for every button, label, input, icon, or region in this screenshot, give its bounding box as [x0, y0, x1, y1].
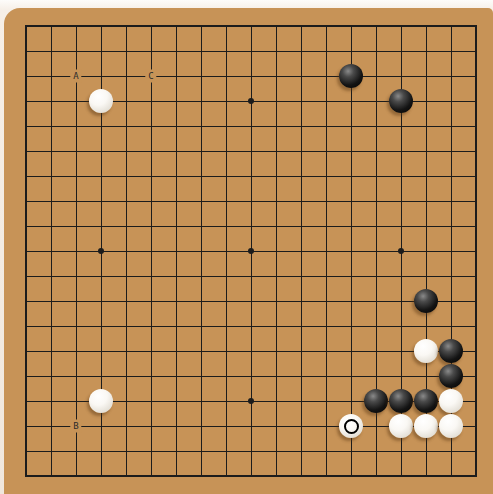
intersection-M2[interactable]: [289, 439, 314, 464]
intersection-G10[interactable]: [164, 239, 189, 264]
intersection-Q19[interactable]: [389, 14, 414, 39]
intersection-A18[interactable]: [14, 39, 39, 64]
intersection-S10[interactable]: [439, 239, 464, 264]
intersection-O12[interactable]: [339, 189, 364, 214]
intersection-G8[interactable]: [164, 289, 189, 314]
intersection-H12[interactable]: [189, 189, 214, 214]
intersection-E13[interactable]: [114, 164, 139, 189]
intersection-M9[interactable]: [289, 264, 314, 289]
intersection-T3[interactable]: [464, 414, 489, 439]
intersection-A11[interactable]: [14, 214, 39, 239]
intersection-S12[interactable]: [439, 189, 464, 214]
intersection-D10[interactable]: [89, 239, 114, 264]
intersection-P11[interactable]: [364, 214, 389, 239]
intersection-A4[interactable]: [14, 389, 39, 414]
intersection-C6[interactable]: [64, 339, 89, 364]
label-C[interactable]: C: [145, 70, 156, 83]
intersection-M4[interactable]: [289, 389, 314, 414]
intersection-K4[interactable]: [239, 389, 264, 414]
intersection-P5[interactable]: [364, 364, 389, 389]
intersection-Q15[interactable]: [389, 114, 414, 139]
intersection-Q7[interactable]: [389, 314, 414, 339]
intersection-Q6[interactable]: [389, 339, 414, 364]
intersection-A10[interactable]: [14, 239, 39, 264]
intersection-F6[interactable]: [139, 339, 164, 364]
intersection-G17[interactable]: [164, 64, 189, 89]
intersection-H2[interactable]: [189, 439, 214, 464]
intersection-F13[interactable]: [139, 164, 164, 189]
intersection-N8[interactable]: [314, 289, 339, 314]
intersection-R10[interactable]: [414, 239, 439, 264]
intersection-G12[interactable]: [164, 189, 189, 214]
intersection-Q11[interactable]: [389, 214, 414, 239]
intersection-L8[interactable]: [264, 289, 289, 314]
intersection-K3[interactable]: [239, 414, 264, 439]
intersection-P9[interactable]: [364, 264, 389, 289]
intersection-F15[interactable]: [139, 114, 164, 139]
intersection-L9[interactable]: [264, 264, 289, 289]
intersection-C13[interactable]: [64, 164, 89, 189]
intersection-S19[interactable]: [439, 14, 464, 39]
intersection-C15[interactable]: [64, 114, 89, 139]
intersection-D9[interactable]: [89, 264, 114, 289]
intersection-L11[interactable]: [264, 214, 289, 239]
intersection-E19[interactable]: [114, 14, 139, 39]
intersection-Q17[interactable]: [389, 64, 414, 89]
intersection-P16[interactable]: [364, 89, 389, 114]
intersection-A9[interactable]: [14, 264, 39, 289]
intersection-T19[interactable]: [464, 14, 489, 39]
intersection-K6[interactable]: [239, 339, 264, 364]
intersection-H9[interactable]: [189, 264, 214, 289]
intersection-C18[interactable]: [64, 39, 89, 64]
intersection-L1[interactable]: [264, 464, 289, 489]
intersection-L15[interactable]: [264, 114, 289, 139]
intersection-G6[interactable]: [164, 339, 189, 364]
intersection-T12[interactable]: [464, 189, 489, 214]
intersection-N9[interactable]: [314, 264, 339, 289]
intersection-O2[interactable]: [339, 439, 364, 464]
intersection-B3[interactable]: [39, 414, 64, 439]
intersection-A5[interactable]: [14, 364, 39, 389]
intersection-P3[interactable]: [364, 414, 389, 439]
intersection-K19[interactable]: [239, 14, 264, 39]
intersection-J9[interactable]: [214, 264, 239, 289]
intersection-J5[interactable]: [214, 364, 239, 389]
intersection-F12[interactable]: [139, 189, 164, 214]
intersection-F18[interactable]: [139, 39, 164, 64]
intersection-G16[interactable]: [164, 89, 189, 114]
intersection-F1[interactable]: [139, 464, 164, 489]
intersection-K14[interactable]: [239, 139, 264, 164]
intersection-Q18[interactable]: [389, 39, 414, 64]
intersection-B2[interactable]: [39, 439, 64, 464]
intersection-O14[interactable]: [339, 139, 364, 164]
intersection-R13[interactable]: [414, 164, 439, 189]
intersection-O13[interactable]: [339, 164, 364, 189]
intersection-P18[interactable]: [364, 39, 389, 64]
intersection-E7[interactable]: [114, 314, 139, 339]
intersection-N10[interactable]: [314, 239, 339, 264]
intersection-A12[interactable]: [14, 189, 39, 214]
intersection-A19[interactable]: [14, 14, 39, 39]
intersection-P15[interactable]: [364, 114, 389, 139]
intersection-L18[interactable]: [264, 39, 289, 64]
intersection-G9[interactable]: [164, 264, 189, 289]
intersection-E18[interactable]: [114, 39, 139, 64]
intersection-D19[interactable]: [89, 14, 114, 39]
intersection-R9[interactable]: [414, 264, 439, 289]
intersection-T6[interactable]: [464, 339, 489, 364]
intersection-N3[interactable]: [314, 414, 339, 439]
intersection-K10[interactable]: [239, 239, 264, 264]
intersection-G5[interactable]: [164, 364, 189, 389]
intersection-K17[interactable]: [239, 64, 264, 89]
intersection-M1[interactable]: [289, 464, 314, 489]
intersection-R11[interactable]: [414, 214, 439, 239]
intersection-O19[interactable]: [339, 14, 364, 39]
intersection-F9[interactable]: [139, 264, 164, 289]
intersection-H17[interactable]: [189, 64, 214, 89]
intersection-B19[interactable]: [39, 14, 64, 39]
intersection-N2[interactable]: [314, 439, 339, 464]
intersection-K16[interactable]: [239, 89, 264, 114]
intersection-L17[interactable]: [264, 64, 289, 89]
intersection-N12[interactable]: [314, 189, 339, 214]
intersection-E9[interactable]: [114, 264, 139, 289]
intersection-G15[interactable]: [164, 114, 189, 139]
intersection-C17[interactable]: A: [64, 64, 89, 89]
intersection-P1[interactable]: [364, 464, 389, 489]
intersection-C3[interactable]: B: [64, 414, 89, 439]
intersection-J16[interactable]: [214, 89, 239, 114]
intersection-P6[interactable]: [364, 339, 389, 364]
intersection-P8[interactable]: [364, 289, 389, 314]
intersection-R12[interactable]: [414, 189, 439, 214]
intersection-J11[interactable]: [214, 214, 239, 239]
intersection-J19[interactable]: [214, 14, 239, 39]
intersection-J13[interactable]: [214, 164, 239, 189]
intersection-O9[interactable]: [339, 264, 364, 289]
intersection-J17[interactable]: [214, 64, 239, 89]
intersection-O1[interactable]: [339, 464, 364, 489]
intersection-C1[interactable]: [64, 464, 89, 489]
intersection-T17[interactable]: [464, 64, 489, 89]
intersection-P10[interactable]: [364, 239, 389, 264]
intersection-E2[interactable]: [114, 439, 139, 464]
intersection-R14[interactable]: [414, 139, 439, 164]
intersection-B6[interactable]: [39, 339, 64, 364]
intersection-P19[interactable]: [364, 14, 389, 39]
intersection-H14[interactable]: [189, 139, 214, 164]
intersection-B5[interactable]: [39, 364, 64, 389]
intersection-J18[interactable]: [214, 39, 239, 64]
intersection-M12[interactable]: [289, 189, 314, 214]
intersection-K7[interactable]: [239, 314, 264, 339]
intersection-O16[interactable]: [339, 89, 364, 114]
intersection-O4[interactable]: [339, 389, 364, 414]
intersection-T8[interactable]: [464, 289, 489, 314]
intersection-F19[interactable]: [139, 14, 164, 39]
intersection-L13[interactable]: [264, 164, 289, 189]
intersection-T7[interactable]: [464, 314, 489, 339]
intersection-H5[interactable]: [189, 364, 214, 389]
intersection-L19[interactable]: [264, 14, 289, 39]
intersection-E14[interactable]: [114, 139, 139, 164]
intersection-N11[interactable]: [314, 214, 339, 239]
intersection-M3[interactable]: [289, 414, 314, 439]
intersection-R17[interactable]: [414, 64, 439, 89]
intersection-L16[interactable]: [264, 89, 289, 114]
intersection-N17[interactable]: [314, 64, 339, 89]
intersection-G1[interactable]: [164, 464, 189, 489]
intersection-O18[interactable]: [339, 39, 364, 64]
intersection-F14[interactable]: [139, 139, 164, 164]
intersection-T9[interactable]: [464, 264, 489, 289]
intersection-K13[interactable]: [239, 164, 264, 189]
intersection-K5[interactable]: [239, 364, 264, 389]
intersection-F7[interactable]: [139, 314, 164, 339]
intersection-D6[interactable]: [89, 339, 114, 364]
intersection-T13[interactable]: [464, 164, 489, 189]
intersection-P14[interactable]: [364, 139, 389, 164]
intersection-J6[interactable]: [214, 339, 239, 364]
intersection-P7[interactable]: [364, 314, 389, 339]
intersection-J2[interactable]: [214, 439, 239, 464]
intersection-H10[interactable]: [189, 239, 214, 264]
intersection-T14[interactable]: [464, 139, 489, 164]
intersection-N15[interactable]: [314, 114, 339, 139]
intersection-A15[interactable]: [14, 114, 39, 139]
intersection-A6[interactable]: [14, 339, 39, 364]
intersection-T1[interactable]: [464, 464, 489, 489]
intersection-J8[interactable]: [214, 289, 239, 314]
intersection-R2[interactable]: [414, 439, 439, 464]
intersection-K12[interactable]: [239, 189, 264, 214]
intersection-J15[interactable]: [214, 114, 239, 139]
intersection-C14[interactable]: [64, 139, 89, 164]
intersection-L7[interactable]: [264, 314, 289, 339]
intersection-E16[interactable]: [114, 89, 139, 114]
intersection-S17[interactable]: [439, 64, 464, 89]
intersection-J3[interactable]: [214, 414, 239, 439]
intersection-D11[interactable]: [89, 214, 114, 239]
intersection-N6[interactable]: [314, 339, 339, 364]
intersection-K9[interactable]: [239, 264, 264, 289]
intersection-M8[interactable]: [289, 289, 314, 314]
intersection-E5[interactable]: [114, 364, 139, 389]
intersection-S9[interactable]: [439, 264, 464, 289]
intersection-F5[interactable]: [139, 364, 164, 389]
intersection-N7[interactable]: [314, 314, 339, 339]
intersection-M17[interactable]: [289, 64, 314, 89]
intersection-O11[interactable]: [339, 214, 364, 239]
intersection-B15[interactable]: [39, 114, 64, 139]
intersection-J10[interactable]: [214, 239, 239, 264]
intersection-Q10[interactable]: [389, 239, 414, 264]
intersection-Q2[interactable]: [389, 439, 414, 464]
intersection-S1[interactable]: [439, 464, 464, 489]
intersection-O5[interactable]: [339, 364, 364, 389]
intersection-J4[interactable]: [214, 389, 239, 414]
intersection-F3[interactable]: [139, 414, 164, 439]
intersection-F17[interactable]: C: [139, 64, 164, 89]
intersection-T5[interactable]: [464, 364, 489, 389]
intersection-L5[interactable]: [264, 364, 289, 389]
intersection-D3[interactable]: [89, 414, 114, 439]
intersection-T16[interactable]: [464, 89, 489, 114]
intersection-B9[interactable]: [39, 264, 64, 289]
intersection-M15[interactable]: [289, 114, 314, 139]
intersection-B8[interactable]: [39, 289, 64, 314]
intersection-F10[interactable]: [139, 239, 164, 264]
intersection-Q13[interactable]: [389, 164, 414, 189]
label-A[interactable]: A: [70, 70, 81, 83]
intersection-C16[interactable]: [64, 89, 89, 114]
intersection-K2[interactable]: [239, 439, 264, 464]
intersection-E15[interactable]: [114, 114, 139, 139]
intersection-E4[interactable]: [114, 389, 139, 414]
intersection-S15[interactable]: [439, 114, 464, 139]
intersection-D14[interactable]: [89, 139, 114, 164]
intersection-K1[interactable]: [239, 464, 264, 489]
intersection-H19[interactable]: [189, 14, 214, 39]
intersection-O10[interactable]: [339, 239, 364, 264]
intersection-S13[interactable]: [439, 164, 464, 189]
intersection-H15[interactable]: [189, 114, 214, 139]
intersection-B18[interactable]: [39, 39, 64, 64]
intersection-N18[interactable]: [314, 39, 339, 64]
intersection-D5[interactable]: [89, 364, 114, 389]
intersection-M6[interactable]: [289, 339, 314, 364]
intersection-H1[interactable]: [189, 464, 214, 489]
intersection-R16[interactable]: [414, 89, 439, 114]
intersection-O7[interactable]: [339, 314, 364, 339]
intersection-N14[interactable]: [314, 139, 339, 164]
intersection-J14[interactable]: [214, 139, 239, 164]
intersection-H11[interactable]: [189, 214, 214, 239]
label-B[interactable]: B: [70, 420, 81, 433]
intersection-A7[interactable]: [14, 314, 39, 339]
intersection-L4[interactable]: [264, 389, 289, 414]
intersection-D12[interactable]: [89, 189, 114, 214]
intersection-L14[interactable]: [264, 139, 289, 164]
intersection-C11[interactable]: [64, 214, 89, 239]
intersection-H16[interactable]: [189, 89, 214, 114]
intersection-R15[interactable]: [414, 114, 439, 139]
intersection-B11[interactable]: [39, 214, 64, 239]
intersection-B1[interactable]: [39, 464, 64, 489]
intersection-F11[interactable]: [139, 214, 164, 239]
intersection-E17[interactable]: [114, 64, 139, 89]
intersection-E1[interactable]: [114, 464, 139, 489]
intersection-T4[interactable]: [464, 389, 489, 414]
intersection-J1[interactable]: [214, 464, 239, 489]
intersection-R19[interactable]: [414, 14, 439, 39]
intersection-A1[interactable]: [14, 464, 39, 489]
intersection-G4[interactable]: [164, 389, 189, 414]
intersection-G14[interactable]: [164, 139, 189, 164]
intersection-B10[interactable]: [39, 239, 64, 264]
intersection-Q9[interactable]: [389, 264, 414, 289]
intersection-R1[interactable]: [414, 464, 439, 489]
intersection-N1[interactable]: [314, 464, 339, 489]
intersection-F8[interactable]: [139, 289, 164, 314]
intersection-M16[interactable]: [289, 89, 314, 114]
intersection-K18[interactable]: [239, 39, 264, 64]
intersection-D8[interactable]: [89, 289, 114, 314]
intersection-D2[interactable]: [89, 439, 114, 464]
intersection-L2[interactable]: [264, 439, 289, 464]
intersection-G18[interactable]: [164, 39, 189, 64]
intersection-M11[interactable]: [289, 214, 314, 239]
intersection-F2[interactable]: [139, 439, 164, 464]
intersection-A17[interactable]: [14, 64, 39, 89]
intersection-C9[interactable]: [64, 264, 89, 289]
intersection-N5[interactable]: [314, 364, 339, 389]
intersection-C7[interactable]: [64, 314, 89, 339]
intersection-Q1[interactable]: [389, 464, 414, 489]
intersection-J12[interactable]: [214, 189, 239, 214]
intersection-B14[interactable]: [39, 139, 64, 164]
intersection-C5[interactable]: [64, 364, 89, 389]
intersection-P17[interactable]: [364, 64, 389, 89]
intersection-F4[interactable]: [139, 389, 164, 414]
intersection-D17[interactable]: [89, 64, 114, 89]
intersection-T11[interactable]: [464, 214, 489, 239]
intersection-E3[interactable]: [114, 414, 139, 439]
intersection-C2[interactable]: [64, 439, 89, 464]
intersection-D7[interactable]: [89, 314, 114, 339]
intersection-B17[interactable]: [39, 64, 64, 89]
intersection-L6[interactable]: [264, 339, 289, 364]
intersection-G7[interactable]: [164, 314, 189, 339]
intersection-M19[interactable]: [289, 14, 314, 39]
intersection-P13[interactable]: [364, 164, 389, 189]
intersection-C4[interactable]: [64, 389, 89, 414]
intersection-N13[interactable]: [314, 164, 339, 189]
intersection-M5[interactable]: [289, 364, 314, 389]
intersection-M7[interactable]: [289, 314, 314, 339]
intersection-G19[interactable]: [164, 14, 189, 39]
intersection-A13[interactable]: [14, 164, 39, 189]
intersection-Q5[interactable]: [389, 364, 414, 389]
intersection-L3[interactable]: [264, 414, 289, 439]
intersection-S7[interactable]: [439, 314, 464, 339]
intersection-A3[interactable]: [14, 414, 39, 439]
intersection-E10[interactable]: [114, 239, 139, 264]
intersection-M13[interactable]: [289, 164, 314, 189]
intersection-P2[interactable]: [364, 439, 389, 464]
intersection-S8[interactable]: [439, 289, 464, 314]
intersection-B16[interactable]: [39, 89, 64, 114]
intersection-E11[interactable]: [114, 214, 139, 239]
intersection-T2[interactable]: [464, 439, 489, 464]
intersection-R18[interactable]: [414, 39, 439, 64]
intersection-O15[interactable]: [339, 114, 364, 139]
intersection-D1[interactable]: [89, 464, 114, 489]
intersection-G11[interactable]: [164, 214, 189, 239]
intersection-R5[interactable]: [414, 364, 439, 389]
intersection-M14[interactable]: [289, 139, 314, 164]
intersection-A2[interactable]: [14, 439, 39, 464]
intersection-C19[interactable]: [64, 14, 89, 39]
intersection-S18[interactable]: [439, 39, 464, 64]
intersection-B7[interactable]: [39, 314, 64, 339]
intersection-T10[interactable]: [464, 239, 489, 264]
intersection-P12[interactable]: [364, 189, 389, 214]
intersection-M18[interactable]: [289, 39, 314, 64]
